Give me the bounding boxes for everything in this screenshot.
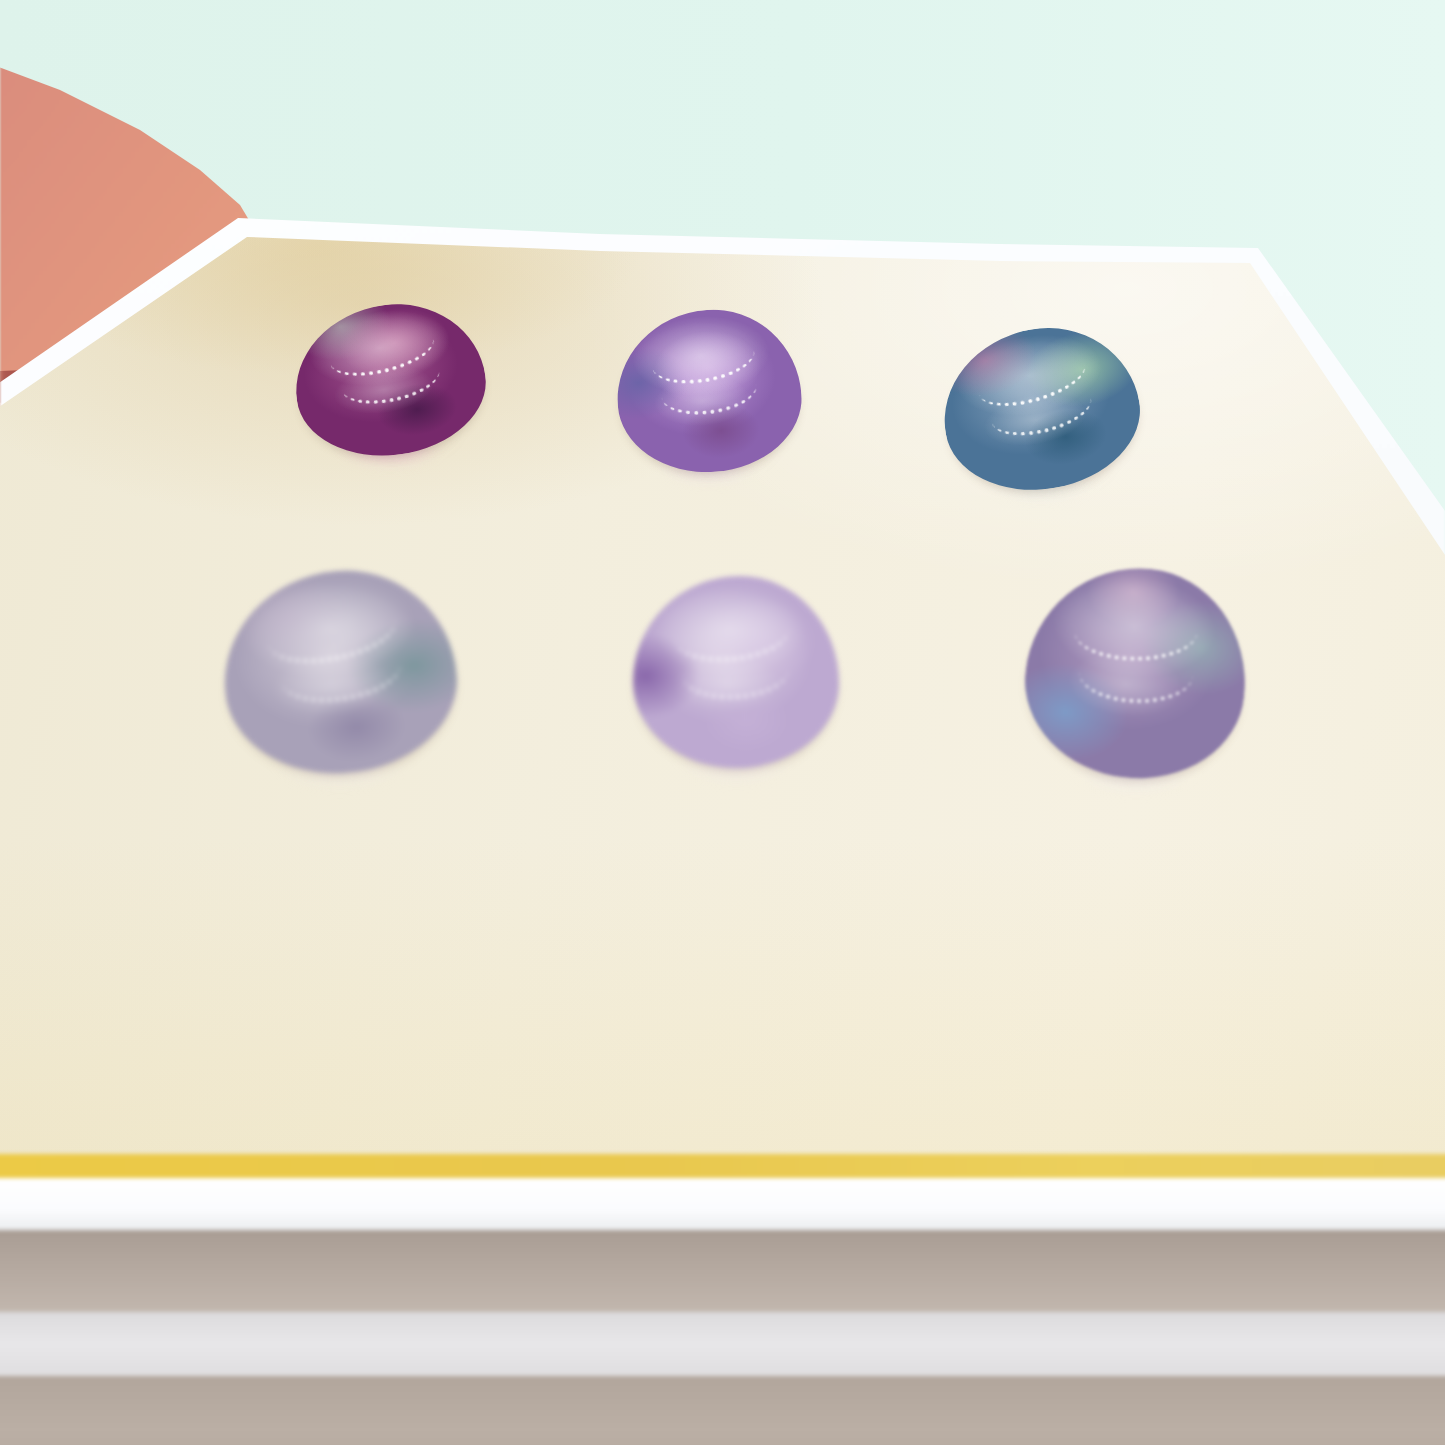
stone-sparkle-highlight [681,641,792,702]
stone-body [633,576,839,768]
photo-canvas [0,0,1445,1445]
stones-layer [0,0,1445,1445]
stone-sparkle-highlight [337,349,443,412]
stone-r1c3 [943,329,1139,489]
stone-sparkle-highlight [986,375,1096,444]
stone-sparkle-highlight [1078,642,1194,705]
stone-sparkle-highlight [276,635,404,710]
stone-r2c1 [224,571,456,773]
stone-sparkle-highlight [658,362,759,421]
stone-r1c1 [295,305,485,455]
stone-r2c2 [633,576,839,768]
stone-r2c3 [1026,568,1246,778]
stone-r1c2 [617,310,801,472]
